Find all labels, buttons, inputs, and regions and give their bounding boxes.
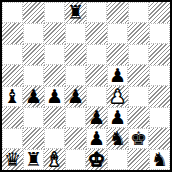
square-c8[interactable] bbox=[44, 2, 65, 23]
square-f7[interactable] bbox=[107, 23, 128, 44]
black-pawn[interactable]: ♟ bbox=[46, 86, 63, 107]
square-c7[interactable] bbox=[44, 23, 65, 44]
square-g6[interactable] bbox=[128, 44, 149, 65]
square-e6[interactable] bbox=[86, 44, 107, 65]
black-rook[interactable]: ♜ bbox=[67, 2, 84, 23]
square-e2[interactable]: ♟ bbox=[86, 128, 107, 149]
square-a7[interactable] bbox=[2, 23, 23, 44]
square-g4[interactable] bbox=[128, 86, 149, 107]
square-d1[interactable] bbox=[65, 149, 86, 170]
square-h5[interactable] bbox=[149, 65, 170, 86]
square-a4[interactable]: ♝ bbox=[2, 86, 23, 107]
square-d8[interactable]: ♜ bbox=[65, 2, 86, 23]
chess-board: ♜♟♝♟♟♟♟♟♟♟♞♚♛♜♝♚♞ bbox=[2, 2, 170, 170]
square-c2[interactable] bbox=[44, 128, 65, 149]
square-d2[interactable] bbox=[65, 128, 86, 149]
black-pawn[interactable]: ♟ bbox=[88, 107, 105, 128]
square-f2[interactable]: ♞ bbox=[107, 128, 128, 149]
white-king[interactable]: ♚ bbox=[88, 149, 105, 170]
square-f3[interactable]: ♟ bbox=[107, 107, 128, 128]
square-c3[interactable] bbox=[44, 107, 65, 128]
square-f4[interactable]: ♟ bbox=[107, 86, 128, 107]
black-rook[interactable]: ♜ bbox=[25, 149, 42, 170]
square-h8[interactable] bbox=[149, 2, 170, 23]
white-pawn[interactable]: ♟ bbox=[109, 86, 126, 107]
square-h1[interactable]: ♞ bbox=[149, 149, 170, 170]
black-pawn[interactable]: ♟ bbox=[88, 128, 105, 149]
square-b3[interactable] bbox=[23, 107, 44, 128]
square-d7[interactable] bbox=[65, 23, 86, 44]
black-pawn[interactable]: ♟ bbox=[109, 65, 126, 86]
square-a1[interactable]: ♛ bbox=[2, 149, 23, 170]
square-g8[interactable] bbox=[128, 2, 149, 23]
square-e3[interactable]: ♟ bbox=[86, 107, 107, 128]
square-b2[interactable] bbox=[23, 128, 44, 149]
square-g2[interactable]: ♚ bbox=[128, 128, 149, 149]
square-a2[interactable] bbox=[2, 128, 23, 149]
square-b5[interactable] bbox=[23, 65, 44, 86]
black-pawn[interactable]: ♟ bbox=[25, 86, 42, 107]
square-b7[interactable] bbox=[23, 23, 44, 44]
square-e4[interactable] bbox=[86, 86, 107, 107]
black-bishop[interactable]: ♝ bbox=[4, 86, 21, 107]
square-d5[interactable] bbox=[65, 65, 86, 86]
black-pawn[interactable]: ♟ bbox=[67, 86, 84, 107]
square-e8[interactable] bbox=[86, 2, 107, 23]
square-d6[interactable] bbox=[65, 44, 86, 65]
square-g7[interactable] bbox=[128, 23, 149, 44]
square-c1[interactable]: ♝ bbox=[44, 149, 65, 170]
square-b1[interactable]: ♜ bbox=[23, 149, 44, 170]
square-h2[interactable] bbox=[149, 128, 170, 149]
square-b6[interactable] bbox=[23, 44, 44, 65]
square-g5[interactable] bbox=[128, 65, 149, 86]
white-bishop[interactable]: ♝ bbox=[46, 149, 63, 170]
square-a8[interactable] bbox=[2, 2, 23, 23]
square-h4[interactable] bbox=[149, 86, 170, 107]
square-g1[interactable] bbox=[128, 149, 149, 170]
square-g3[interactable] bbox=[128, 107, 149, 128]
black-knight[interactable]: ♞ bbox=[109, 128, 126, 149]
square-c6[interactable] bbox=[44, 44, 65, 65]
black-queen[interactable]: ♛ bbox=[4, 149, 21, 170]
square-a3[interactable] bbox=[2, 107, 23, 128]
square-h7[interactable] bbox=[149, 23, 170, 44]
square-f5[interactable]: ♟ bbox=[107, 65, 128, 86]
square-f8[interactable] bbox=[107, 2, 128, 23]
square-h6[interactable] bbox=[149, 44, 170, 65]
square-f1[interactable] bbox=[107, 149, 128, 170]
square-e5[interactable] bbox=[86, 65, 107, 86]
square-c4[interactable]: ♟ bbox=[44, 86, 65, 107]
black-knight[interactable]: ♞ bbox=[151, 149, 168, 170]
square-b8[interactable] bbox=[23, 2, 44, 23]
square-d4[interactable]: ♟ bbox=[65, 86, 86, 107]
black-pawn[interactable]: ♟ bbox=[109, 107, 126, 128]
chess-board-frame: ♜♟♝♟♟♟♟♟♟♟♞♚♛♜♝♚♞ bbox=[0, 0, 172, 172]
square-a5[interactable] bbox=[2, 65, 23, 86]
square-e7[interactable] bbox=[86, 23, 107, 44]
square-f6[interactable] bbox=[107, 44, 128, 65]
square-c5[interactable] bbox=[44, 65, 65, 86]
square-a6[interactable] bbox=[2, 44, 23, 65]
square-d3[interactable] bbox=[65, 107, 86, 128]
square-e1[interactable]: ♚ bbox=[86, 149, 107, 170]
square-b4[interactable]: ♟ bbox=[23, 86, 44, 107]
black-king[interactable]: ♚ bbox=[130, 128, 147, 149]
square-h3[interactable] bbox=[149, 107, 170, 128]
